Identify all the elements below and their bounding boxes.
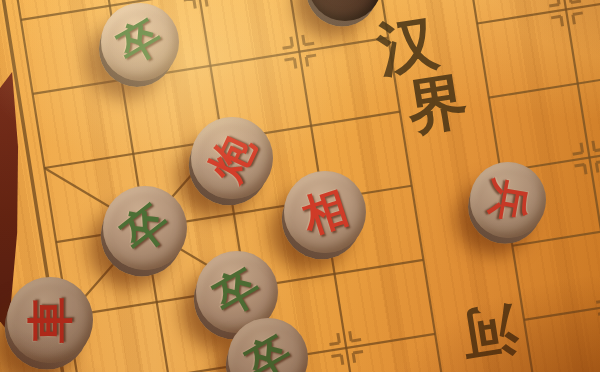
piece-face: 炮 bbox=[191, 117, 273, 199]
piece-red-elephant[interactable]: 相 bbox=[284, 171, 366, 253]
piece-red-chariot[interactable]: 車 bbox=[7, 277, 93, 363]
piece-face: 兵 bbox=[470, 162, 546, 238]
piece-glyph-red-chariot: 車 bbox=[27, 297, 73, 343]
piece-green-soldier-4[interactable]: 卒 bbox=[228, 318, 308, 372]
piece-unknown-piece-silhouette[interactable] bbox=[308, 0, 382, 21]
piece-green-soldier-2[interactable]: 卒 bbox=[103, 186, 187, 270]
piece-green-soldier-1[interactable]: 卒 bbox=[101, 3, 179, 81]
piece-glyph-red-elephant: 相 bbox=[297, 184, 352, 239]
piece-face: 卒 bbox=[101, 3, 179, 81]
piece-glyph-green-soldier-1: 卒 bbox=[111, 13, 168, 70]
piece-red-soldier[interactable]: 兵 bbox=[470, 162, 546, 238]
river-label-jie: 界 bbox=[402, 65, 472, 144]
piece-glyph-green-soldier-3: 卒 bbox=[207, 262, 267, 322]
xiangqi-board-photo: 汉 界 河 卒炮卒卒相兵車卒 bbox=[0, 0, 600, 372]
piece-face: 卒 bbox=[228, 318, 308, 372]
piece-glyph-green-soldier-4: 卒 bbox=[239, 329, 298, 372]
piece-glyph-red-soldier: 兵 bbox=[484, 176, 531, 223]
piece-face: 車 bbox=[7, 277, 93, 363]
piece-face: 相 bbox=[284, 171, 366, 253]
piece-glyph-red-cannon: 炮 bbox=[203, 129, 261, 187]
piece-glyph-green-soldier-2: 卒 bbox=[113, 196, 176, 259]
piece-face: 卒 bbox=[103, 186, 187, 270]
piece-red-cannon[interactable]: 炮 bbox=[191, 117, 273, 199]
river-label-he-upside-down: 河 bbox=[457, 296, 524, 370]
